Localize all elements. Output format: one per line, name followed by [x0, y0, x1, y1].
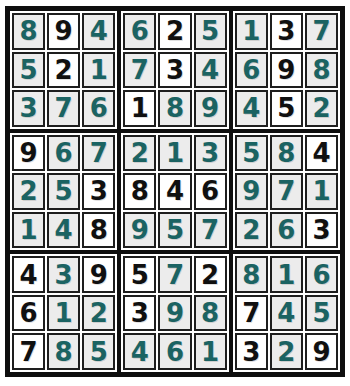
cell-r1c3[interactable]: 4 [82, 13, 115, 50]
cell-r9c9[interactable]: 9 [305, 333, 338, 370]
cell-r1c7[interactable]: 1 [235, 13, 268, 50]
cell-r7c7[interactable]: 8 [235, 256, 268, 293]
cell-r9c4[interactable]: 4 [123, 333, 156, 370]
box-2: 137698452 [233, 11, 340, 129]
cell-r2c6[interactable]: 4 [194, 52, 227, 89]
cell-r5c9[interactable]: 1 [305, 173, 338, 210]
cell-r6c3[interactable]: 8 [82, 212, 115, 249]
cell-r3c1[interactable]: 3 [12, 90, 45, 127]
box-5: 584971263 [233, 133, 340, 251]
cell-r7c9[interactable]: 6 [305, 256, 338, 293]
cell-r2c5[interactable]: 3 [158, 52, 191, 89]
cell-r8c4[interactable]: 3 [123, 295, 156, 332]
cell-r6c2[interactable]: 4 [47, 212, 80, 249]
cell-r8c9[interactable]: 5 [305, 295, 338, 332]
box-3: 967253148 [10, 133, 117, 251]
sudoku-page: 8945213766257341891376984529672531482138… [0, 0, 350, 386]
cell-r2c1[interactable]: 5 [12, 52, 45, 89]
cell-r1c5[interactable]: 2 [158, 13, 191, 50]
cell-r6c1[interactable]: 1 [12, 212, 45, 249]
cell-r9c8[interactable]: 2 [270, 333, 303, 370]
cell-r2c8[interactable]: 9 [270, 52, 303, 89]
cell-r4c6[interactable]: 3 [194, 135, 227, 172]
cell-r8c8[interactable]: 4 [270, 295, 303, 332]
cell-r3c2[interactable]: 7 [47, 90, 80, 127]
cell-r7c6[interactable]: 2 [194, 256, 227, 293]
cell-r9c6[interactable]: 1 [194, 333, 227, 370]
box-6: 439612785 [10, 254, 117, 372]
cell-r3c9[interactable]: 2 [305, 90, 338, 127]
cell-r7c4[interactable]: 5 [123, 256, 156, 293]
cell-r6c9[interactable]: 3 [305, 212, 338, 249]
cell-r5c6[interactable]: 6 [194, 173, 227, 210]
box-1: 625734189 [121, 11, 228, 129]
cell-r1c1[interactable]: 8 [12, 13, 45, 50]
cell-r2c7[interactable]: 6 [235, 52, 268, 89]
cell-r5c2[interactable]: 5 [47, 173, 80, 210]
cell-r8c7[interactable]: 7 [235, 295, 268, 332]
cell-r7c1[interactable]: 4 [12, 256, 45, 293]
cell-r6c7[interactable]: 2 [235, 212, 268, 249]
cell-r4c1[interactable]: 9 [12, 135, 45, 172]
cell-r2c3[interactable]: 1 [82, 52, 115, 89]
cell-r9c2[interactable]: 8 [47, 333, 80, 370]
cell-r5c3[interactable]: 3 [82, 173, 115, 210]
cell-r4c5[interactable]: 1 [158, 135, 191, 172]
cell-r5c4[interactable]: 8 [123, 173, 156, 210]
cell-r7c8[interactable]: 1 [270, 256, 303, 293]
cell-r3c7[interactable]: 4 [235, 90, 268, 127]
cell-r3c6[interactable]: 9 [194, 90, 227, 127]
cell-r9c5[interactable]: 6 [158, 333, 191, 370]
box-4: 213846957 [121, 133, 228, 251]
cell-r6c8[interactable]: 6 [270, 212, 303, 249]
cell-r9c7[interactable]: 3 [235, 333, 268, 370]
cell-r3c5[interactable]: 8 [158, 90, 191, 127]
cell-r3c3[interactable]: 6 [82, 90, 115, 127]
box-8: 816745329 [233, 254, 340, 372]
cell-r4c4[interactable]: 2 [123, 135, 156, 172]
cell-r6c6[interactable]: 7 [194, 212, 227, 249]
cell-r3c4[interactable]: 1 [123, 90, 156, 127]
cell-r7c3[interactable]: 9 [82, 256, 115, 293]
cell-r4c8[interactable]: 8 [270, 135, 303, 172]
box-0: 894521376 [10, 11, 117, 129]
cell-r1c9[interactable]: 7 [305, 13, 338, 50]
cell-r3c8[interactable]: 5 [270, 90, 303, 127]
box-7: 572398461 [121, 254, 228, 372]
cell-r1c6[interactable]: 5 [194, 13, 227, 50]
cell-r1c4[interactable]: 6 [123, 13, 156, 50]
sudoku-board: 8945213766257341891376984529672531482138… [5, 6, 345, 377]
cell-r6c5[interactable]: 5 [158, 212, 191, 249]
cell-r5c5[interactable]: 4 [158, 173, 191, 210]
cell-r8c6[interactable]: 8 [194, 295, 227, 332]
cell-r4c2[interactable]: 6 [47, 135, 80, 172]
cell-r7c2[interactable]: 3 [47, 256, 80, 293]
cell-r8c2[interactable]: 1 [47, 295, 80, 332]
cell-r5c8[interactable]: 7 [270, 173, 303, 210]
cell-r6c4[interactable]: 9 [123, 212, 156, 249]
cell-r5c7[interactable]: 9 [235, 173, 268, 210]
cell-r5c1[interactable]: 2 [12, 173, 45, 210]
cell-r8c5[interactable]: 9 [158, 295, 191, 332]
cell-r8c1[interactable]: 6 [12, 295, 45, 332]
cell-r2c2[interactable]: 2 [47, 52, 80, 89]
cell-r2c4[interactable]: 7 [123, 52, 156, 89]
cell-r1c8[interactable]: 3 [270, 13, 303, 50]
cell-r4c7[interactable]: 5 [235, 135, 268, 172]
cell-r8c3[interactable]: 2 [82, 295, 115, 332]
cell-r9c1[interactable]: 7 [12, 333, 45, 370]
cell-r4c9[interactable]: 4 [305, 135, 338, 172]
cell-r2c9[interactable]: 8 [305, 52, 338, 89]
cell-r9c3[interactable]: 5 [82, 333, 115, 370]
cell-r1c2[interactable]: 9 [47, 13, 80, 50]
cell-r4c3[interactable]: 7 [82, 135, 115, 172]
cell-r7c5[interactable]: 7 [158, 256, 191, 293]
